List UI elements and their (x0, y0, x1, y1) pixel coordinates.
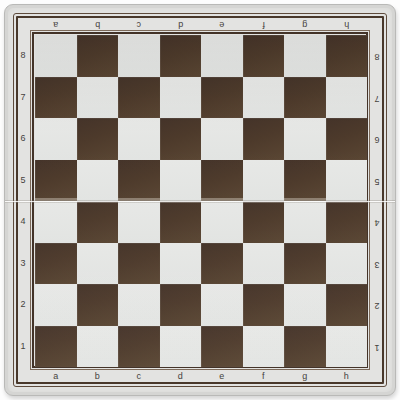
square-h8[interactable] (326, 35, 368, 77)
square-c6[interactable] (118, 118, 160, 160)
coord-label-8: 8 (15, 35, 31, 77)
coords-left: 87654321 (15, 35, 31, 367)
square-h3[interactable] (326, 243, 368, 285)
coord-label-h: h (326, 16, 368, 33)
square-g6[interactable] (284, 118, 326, 160)
square-b8[interactable] (77, 35, 119, 77)
coord-label-d: d (160, 16, 202, 33)
coords-top: abcdefgh (35, 16, 367, 33)
square-c4[interactable] (118, 201, 160, 243)
square-a6[interactable] (35, 118, 77, 160)
coord-label-3: 3 (15, 243, 31, 285)
square-d3[interactable] (160, 243, 202, 285)
square-g3[interactable] (284, 243, 326, 285)
coord-label-1: 1 (15, 326, 31, 368)
squares-grid (35, 35, 367, 367)
square-b6[interactable] (77, 118, 119, 160)
coord-label-a: a (35, 368, 77, 384)
square-a3[interactable] (35, 243, 77, 285)
square-b2[interactable] (77, 284, 119, 326)
coord-label-7: 7 (369, 77, 385, 119)
square-h2[interactable] (326, 284, 368, 326)
square-d6[interactable] (160, 118, 202, 160)
square-f1[interactable] (243, 326, 285, 368)
square-g4[interactable] (284, 201, 326, 243)
square-g8[interactable] (284, 35, 326, 77)
coord-label-g: g (284, 16, 326, 33)
square-h4[interactable] (326, 201, 368, 243)
coord-label-g: g (284, 368, 326, 384)
coord-label-5: 5 (15, 160, 31, 202)
square-b7[interactable] (77, 77, 119, 119)
coord-label-2: 2 (369, 284, 385, 326)
square-f8[interactable] (243, 35, 285, 77)
square-g1[interactable] (284, 326, 326, 368)
square-e8[interactable] (201, 35, 243, 77)
square-f5[interactable] (243, 160, 285, 202)
coord-label-b: b (77, 368, 119, 384)
square-c7[interactable] (118, 77, 160, 119)
coord-label-e: e (201, 368, 243, 384)
coord-label-6: 6 (369, 118, 385, 160)
coord-label-4: 4 (369, 201, 385, 243)
square-b1[interactable] (77, 326, 119, 368)
square-e4[interactable] (201, 201, 243, 243)
square-a7[interactable] (35, 77, 77, 119)
coord-label-c: c (118, 368, 160, 384)
coord-label-f: f (243, 368, 285, 384)
square-b4[interactable] (77, 201, 119, 243)
square-c1[interactable] (118, 326, 160, 368)
square-h1[interactable] (326, 326, 368, 368)
square-d7[interactable] (160, 77, 202, 119)
coord-label-a: a (35, 16, 77, 33)
photo-background: abcdefgh abcdefgh 87654321 87654321 (0, 0, 400, 400)
coord-label-e: e (201, 16, 243, 33)
square-f3[interactable] (243, 243, 285, 285)
coords-bottom: abcdefgh (35, 368, 367, 384)
square-g5[interactable] (284, 160, 326, 202)
coords-right: 87654321 (369, 35, 385, 367)
coord-label-3: 3 (369, 243, 385, 285)
square-h7[interactable] (326, 77, 368, 119)
coord-label-1: 1 (369, 326, 385, 368)
square-e2[interactable] (201, 284, 243, 326)
square-e5[interactable] (201, 160, 243, 202)
square-a4[interactable] (35, 201, 77, 243)
square-e3[interactable] (201, 243, 243, 285)
square-b5[interactable] (77, 160, 119, 202)
square-g2[interactable] (284, 284, 326, 326)
coord-label-c: c (118, 16, 160, 33)
square-h5[interactable] (326, 160, 368, 202)
coord-label-5: 5 (369, 160, 385, 202)
square-c8[interactable] (118, 35, 160, 77)
coord-label-2: 2 (15, 284, 31, 326)
square-d8[interactable] (160, 35, 202, 77)
square-d1[interactable] (160, 326, 202, 368)
coord-label-6: 6 (15, 118, 31, 160)
square-e1[interactable] (201, 326, 243, 368)
square-a5[interactable] (35, 160, 77, 202)
square-f6[interactable] (243, 118, 285, 160)
square-a1[interactable] (35, 326, 77, 368)
square-e6[interactable] (201, 118, 243, 160)
square-d4[interactable] (160, 201, 202, 243)
square-h6[interactable] (326, 118, 368, 160)
coord-label-f: f (243, 16, 285, 33)
coord-label-h: h (326, 368, 368, 384)
coord-label-8: 8 (369, 35, 385, 77)
square-d5[interactable] (160, 160, 202, 202)
coord-label-b: b (77, 16, 119, 33)
square-f4[interactable] (243, 201, 285, 243)
chess-board: abcdefgh abcdefgh 87654321 87654321 (4, 4, 396, 396)
square-a2[interactable] (35, 284, 77, 326)
square-c3[interactable] (118, 243, 160, 285)
square-f2[interactable] (243, 284, 285, 326)
square-f7[interactable] (243, 77, 285, 119)
square-c5[interactable] (118, 160, 160, 202)
square-c2[interactable] (118, 284, 160, 326)
square-b3[interactable] (77, 243, 119, 285)
square-a8[interactable] (35, 35, 77, 77)
square-g7[interactable] (284, 77, 326, 119)
square-e7[interactable] (201, 77, 243, 119)
coord-label-7: 7 (15, 77, 31, 119)
coord-label-4: 4 (15, 201, 31, 243)
coord-label-d: d (160, 368, 202, 384)
square-d2[interactable] (160, 284, 202, 326)
